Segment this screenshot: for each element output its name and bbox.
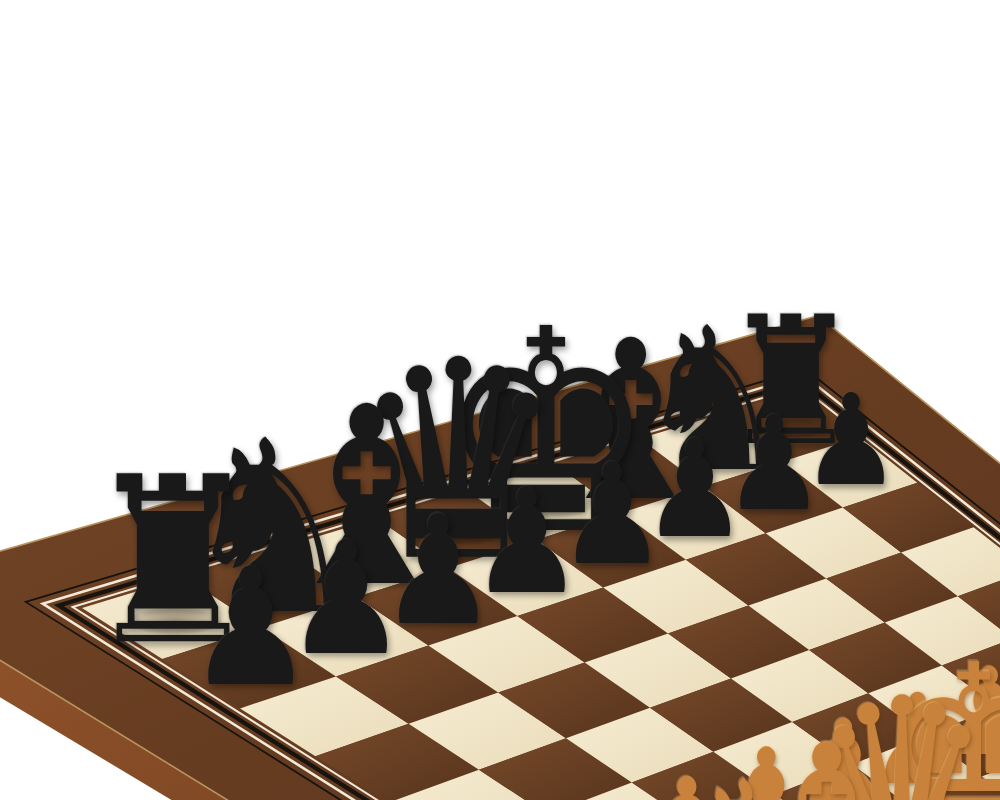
chess-set-photo: ♜♞♝♛♚♝♞♜♟♟♟♟♟♟♟♟♟♟♟♟♟♟♟♟♜♞♝♛♚♝♞♜: [0, 0, 1000, 800]
piece-black-pawn-a7[interactable]: ♟: [187, 547, 314, 710]
piece-white-rook-a1[interactable]: ♜: [594, 794, 745, 800]
